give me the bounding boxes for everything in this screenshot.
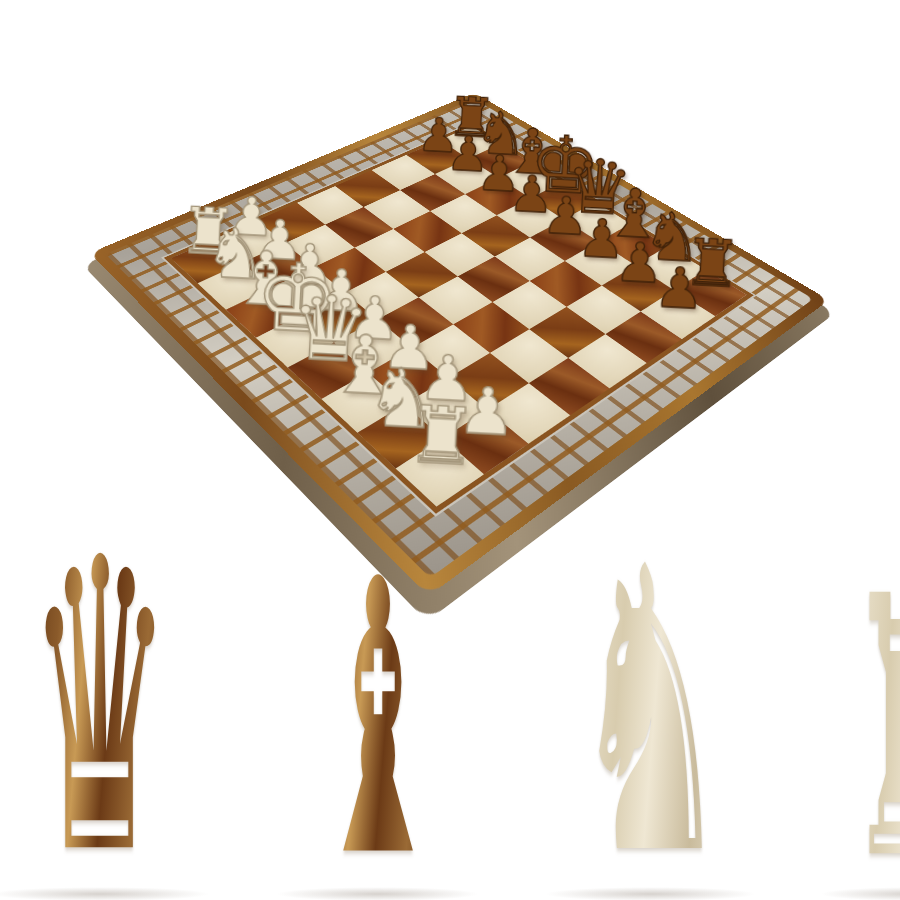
showcase-brown-bishop: ♝ [257, 646, 499, 894]
product-photo: ♜♞♝♚♛♝♞♜♟♟♟♟♟♟♟♟♟♟♟♟♟♟♟♟♜♞♝♚♛♝♞♜ ♚ ♛ ♝ ♞… [0, 0, 900, 900]
rook-icon: ♜ [843, 565, 900, 894]
queen-icon: ♛ [28, 523, 172, 894]
knight-icon: ♞ [570, 533, 731, 894]
showcase-cream-knight: ♞ [525, 636, 776, 894]
piece-showcase-row: ♚ ♛ ♝ ♞ ♜ ♟ [0, 494, 900, 894]
board-grid: ♜♞♝♚♛♝♞♜♟♟♟♟♟♟♟♟♟♟♟♟♟♟♟♟♜♞♝♚♛♝♞♜ [171, 126, 747, 506]
showcase-cream-rook: ♜ [802, 662, 900, 894]
showcase-brown-queen: ♛ [0, 625, 231, 894]
bishop-icon: ♝ [311, 546, 444, 894]
